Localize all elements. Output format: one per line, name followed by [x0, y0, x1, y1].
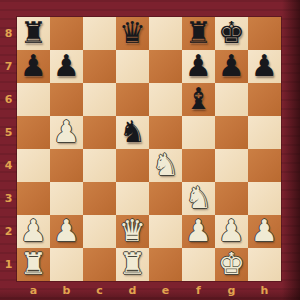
square-f1[interactable]	[182, 248, 215, 281]
square-f6[interactable]: ♝	[182, 83, 215, 116]
square-f3[interactable]: ♞	[182, 182, 215, 215]
square-e8[interactable]	[149, 17, 182, 50]
white-pawn-g2[interactable]: ♟	[218, 216, 245, 246]
white-pawn-f2[interactable]: ♟	[185, 216, 212, 246]
square-a1[interactable]: ♜	[17, 248, 50, 281]
square-g4[interactable]	[215, 149, 248, 182]
file-labels: abcdefgh	[17, 281, 281, 300]
square-b4[interactable]	[50, 149, 83, 182]
rank-labels: 87654321	[0, 17, 17, 281]
rank-label-1: 1	[0, 248, 17, 281]
square-h4[interactable]	[248, 149, 281, 182]
black-pawn-a7[interactable]: ♟	[20, 51, 47, 81]
square-e7[interactable]	[149, 50, 182, 83]
square-a5[interactable]	[17, 116, 50, 149]
square-g3[interactable]	[215, 182, 248, 215]
square-b2[interactable]: ♟	[50, 215, 83, 248]
rank-label-5: 5	[0, 116, 17, 149]
white-queen-d2[interactable]: ♛	[119, 216, 146, 246]
white-rook-d1[interactable]: ♜	[119, 249, 146, 279]
square-b5[interactable]: ♟	[50, 116, 83, 149]
white-pawn-a2[interactable]: ♟	[20, 216, 47, 246]
black-pawn-h7[interactable]: ♟	[251, 51, 278, 81]
square-f8[interactable]: ♜	[182, 17, 215, 50]
square-f5[interactable]	[182, 116, 215, 149]
square-h5[interactable]	[248, 116, 281, 149]
white-knight-f3[interactable]: ♞	[185, 183, 212, 213]
square-f4[interactable]	[182, 149, 215, 182]
rank-label-3: 3	[0, 182, 17, 215]
square-c4[interactable]	[83, 149, 116, 182]
white-pawn-b5[interactable]: ♟	[53, 117, 80, 147]
square-d1[interactable]: ♜	[116, 248, 149, 281]
square-c7[interactable]	[83, 50, 116, 83]
black-pawn-b7[interactable]: ♟	[53, 51, 80, 81]
black-pawn-g7[interactable]: ♟	[218, 51, 245, 81]
black-queen-d8[interactable]: ♛	[119, 18, 146, 48]
square-e5[interactable]	[149, 116, 182, 149]
black-bishop-f6[interactable]: ♝	[185, 84, 212, 114]
file-label-f: f	[182, 281, 215, 300]
square-g2[interactable]: ♟	[215, 215, 248, 248]
rank-label-2: 2	[0, 215, 17, 248]
square-b7[interactable]: ♟	[50, 50, 83, 83]
square-c2[interactable]	[83, 215, 116, 248]
black-king-g8[interactable]: ♚	[218, 18, 245, 48]
square-h8[interactable]	[248, 17, 281, 50]
file-label-d: d	[116, 281, 149, 300]
square-a3[interactable]	[17, 182, 50, 215]
square-c8[interactable]	[83, 17, 116, 50]
square-f2[interactable]: ♟	[182, 215, 215, 248]
square-e6[interactable]	[149, 83, 182, 116]
white-pawn-h2[interactable]: ♟	[251, 216, 278, 246]
black-rook-f8[interactable]: ♜	[185, 18, 212, 48]
file-label-b: b	[50, 281, 83, 300]
square-e1[interactable]	[149, 248, 182, 281]
chess-diagram: 87654321 ♜♛♜♚♟♟♟♟♟♝♟♞♞♞♟♟♛♟♟♟♜♜♚ abcdefg…	[0, 0, 300, 300]
square-c3[interactable]	[83, 182, 116, 215]
square-g6[interactable]	[215, 83, 248, 116]
white-pawn-b2[interactable]: ♟	[53, 216, 80, 246]
square-g8[interactable]: ♚	[215, 17, 248, 50]
square-b8[interactable]	[50, 17, 83, 50]
square-c6[interactable]	[83, 83, 116, 116]
rank-label-4: 4	[0, 149, 17, 182]
square-h6[interactable]	[248, 83, 281, 116]
square-g7[interactable]: ♟	[215, 50, 248, 83]
file-label-c: c	[83, 281, 116, 300]
square-d8[interactable]: ♛	[116, 17, 149, 50]
square-h3[interactable]	[248, 182, 281, 215]
square-g5[interactable]	[215, 116, 248, 149]
square-b1[interactable]	[50, 248, 83, 281]
white-rook-a1[interactable]: ♜	[20, 249, 47, 279]
square-g1[interactable]: ♚	[215, 248, 248, 281]
square-d5[interactable]: ♞	[116, 116, 149, 149]
square-e3[interactable]	[149, 182, 182, 215]
square-a2[interactable]: ♟	[17, 215, 50, 248]
file-label-e: e	[149, 281, 182, 300]
square-h1[interactable]	[248, 248, 281, 281]
black-pawn-f7[interactable]: ♟	[185, 51, 212, 81]
rank-label-8: 8	[0, 17, 17, 50]
white-knight-e4[interactable]: ♞	[152, 150, 179, 180]
square-h2[interactable]: ♟	[248, 215, 281, 248]
square-b3[interactable]	[50, 182, 83, 215]
square-e4[interactable]: ♞	[149, 149, 182, 182]
square-c5[interactable]	[83, 116, 116, 149]
square-a4[interactable]	[17, 149, 50, 182]
square-d6[interactable]	[116, 83, 149, 116]
file-label-a: a	[17, 281, 50, 300]
rank-label-6: 6	[0, 83, 17, 116]
square-d2[interactable]: ♛	[116, 215, 149, 248]
square-d7[interactable]	[116, 50, 149, 83]
black-rook-a8[interactable]: ♜	[20, 18, 47, 48]
white-king-g1[interactable]: ♚	[218, 249, 245, 279]
square-d3[interactable]	[116, 182, 149, 215]
black-knight-d5[interactable]: ♞	[119, 117, 146, 147]
file-label-g: g	[215, 281, 248, 300]
square-f7[interactable]: ♟	[182, 50, 215, 83]
square-h7[interactable]: ♟	[248, 50, 281, 83]
square-a7[interactable]: ♟	[17, 50, 50, 83]
chess-board: ♜♛♜♚♟♟♟♟♟♝♟♞♞♞♟♟♛♟♟♟♜♜♚	[17, 17, 281, 281]
rank-label-7: 7	[0, 50, 17, 83]
square-a8[interactable]: ♜	[17, 17, 50, 50]
square-d4[interactable]	[116, 149, 149, 182]
square-c1[interactable]	[83, 248, 116, 281]
square-b6[interactable]	[50, 83, 83, 116]
square-a6[interactable]	[17, 83, 50, 116]
square-e2[interactable]	[149, 215, 182, 248]
file-label-h: h	[248, 281, 281, 300]
